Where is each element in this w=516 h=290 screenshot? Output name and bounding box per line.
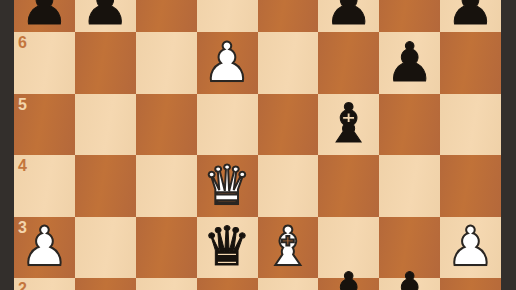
square-c7[interactable] — [136, 0, 197, 32]
square-e5[interactable] — [258, 94, 319, 156]
square-d6[interactable]: ♟ — [197, 32, 258, 94]
black-pawn[interactable]: ♟ — [81, 0, 129, 33]
black-pawn[interactable]: ♟ — [385, 266, 433, 290]
chess-board-screenshot: 87♟♟♟♟6♟♟5♝4♛3♟♛♝♟2♟♟1 — [0, 0, 516, 290]
square-d3[interactable]: ♛ — [197, 217, 258, 279]
square-g5[interactable] — [379, 94, 440, 156]
square-a4[interactable]: 4 — [14, 155, 75, 217]
square-a5[interactable]: 5 — [14, 94, 75, 156]
square-e7[interactable] — [258, 0, 319, 32]
black-pawn[interactable]: ♟ — [446, 0, 494, 33]
square-f6[interactable] — [318, 32, 379, 94]
square-f7[interactable]: ♟ — [318, 0, 379, 32]
square-a6[interactable]: 6 — [14, 32, 75, 94]
square-a2[interactable]: 2 — [14, 278, 75, 290]
square-d7[interactable] — [197, 0, 258, 32]
black-pawn[interactable]: ♟ — [325, 0, 373, 33]
square-f5[interactable]: ♝ — [318, 94, 379, 156]
square-h5[interactable] — [440, 94, 501, 156]
rank-label-6: 6 — [18, 33, 27, 52]
black-pawn[interactable]: ♟ — [385, 36, 433, 90]
chess-board: 87♟♟♟♟6♟♟5♝4♛3♟♛♝♟2♟♟1 — [14, 0, 501, 290]
right-border — [501, 0, 516, 290]
square-b3[interactable] — [75, 217, 136, 279]
square-h6[interactable] — [440, 32, 501, 94]
square-b5[interactable] — [75, 94, 136, 156]
square-h7[interactable]: ♟ — [440, 0, 501, 32]
white-pawn[interactable]: ♟ — [446, 220, 494, 274]
black-pawn[interactable]: ♟ — [20, 0, 68, 33]
square-c6[interactable] — [136, 32, 197, 94]
square-e3[interactable]: ♝ — [258, 217, 319, 279]
square-g7[interactable] — [379, 0, 440, 32]
square-c2[interactable] — [136, 278, 197, 290]
square-f2[interactable]: ♟ — [318, 278, 379, 290]
square-d2[interactable] — [197, 278, 258, 290]
square-a3[interactable]: 3♟ — [14, 217, 75, 279]
square-c4[interactable] — [136, 155, 197, 217]
rank-label-3: 3 — [18, 218, 27, 237]
square-g6[interactable]: ♟ — [379, 32, 440, 94]
rank-label-2: 2 — [18, 279, 27, 290]
square-c3[interactable] — [136, 217, 197, 279]
square-c5[interactable] — [136, 94, 197, 156]
square-b7[interactable]: ♟ — [75, 0, 136, 32]
white-queen[interactable]: ♛ — [203, 159, 251, 213]
square-e4[interactable] — [258, 155, 319, 217]
square-g2[interactable]: ♟ — [379, 278, 440, 290]
square-b4[interactable] — [75, 155, 136, 217]
rank-label-4: 4 — [18, 156, 27, 175]
square-d5[interactable] — [197, 94, 258, 156]
square-e2[interactable] — [258, 278, 319, 290]
black-pawn[interactable]: ♟ — [325, 266, 373, 290]
square-b6[interactable] — [75, 32, 136, 94]
square-h2[interactable] — [440, 278, 501, 290]
square-g4[interactable] — [379, 155, 440, 217]
rank-label-5: 5 — [18, 95, 27, 114]
square-e6[interactable] — [258, 32, 319, 94]
square-a7[interactable]: 7♟ — [14, 0, 75, 32]
square-d4[interactable]: ♛ — [197, 155, 258, 217]
square-f4[interactable] — [318, 155, 379, 217]
white-pawn[interactable]: ♟ — [20, 220, 68, 274]
left-border — [0, 0, 14, 290]
square-h4[interactable] — [440, 155, 501, 217]
black-queen[interactable]: ♛ — [203, 220, 251, 274]
white-bishop[interactable]: ♝ — [264, 220, 312, 274]
white-pawn[interactable]: ♟ — [203, 36, 251, 90]
square-h3[interactable]: ♟ — [440, 217, 501, 279]
square-b2[interactable] — [75, 278, 136, 290]
black-bishop[interactable]: ♝ — [325, 97, 373, 151]
